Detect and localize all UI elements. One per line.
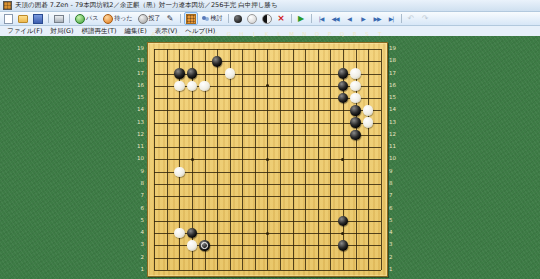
board-cell[interactable]	[161, 264, 174, 276]
delete-stone-button[interactable]: ×	[275, 12, 288, 25]
board-cell[interactable]	[299, 178, 312, 190]
board-cell[interactable]	[211, 264, 224, 276]
board-cell[interactable]	[173, 239, 186, 251]
board-cell[interactable]	[362, 153, 375, 165]
board-cell[interactable]	[261, 190, 274, 202]
board-cell[interactable]	[261, 202, 274, 214]
print-button[interactable]	[52, 12, 66, 25]
board-cell[interactable]	[362, 68, 375, 80]
board-cell[interactable]	[261, 264, 274, 276]
board-cell[interactable]	[337, 202, 350, 214]
board-cell[interactable]	[211, 92, 224, 104]
board-cell[interactable]	[198, 43, 211, 55]
board-cell[interactable]	[299, 215, 312, 227]
board-cell[interactable]	[299, 104, 312, 116]
board-cell[interactable]	[236, 178, 249, 190]
board-cell[interactable]	[173, 117, 186, 129]
resign-button[interactable]: 投了	[136, 12, 163, 25]
board-cell[interactable]	[362, 251, 375, 263]
board-cell[interactable]	[312, 178, 325, 190]
board-cell[interactable]	[312, 68, 325, 80]
board-cell[interactable]	[374, 227, 387, 239]
board-cell[interactable]	[286, 68, 299, 80]
board-cell[interactable]	[236, 166, 249, 178]
board-cell[interactable]	[249, 80, 262, 92]
board-cell[interactable]	[261, 129, 274, 141]
board-cell[interactable]	[337, 117, 350, 129]
board-cell[interactable]	[261, 251, 274, 263]
board-cell[interactable]	[173, 227, 186, 239]
board-cell[interactable]	[198, 80, 211, 92]
board-cell[interactable]	[362, 104, 375, 116]
board-cell[interactable]	[161, 129, 174, 141]
board-cell[interactable]	[324, 117, 337, 129]
board-cell[interactable]	[324, 129, 337, 141]
board-cell[interactable]	[186, 68, 199, 80]
board-cell[interactable]	[211, 104, 224, 116]
board-cell[interactable]	[186, 178, 199, 190]
board-cell[interactable]	[186, 190, 199, 202]
board-cell[interactable]	[312, 55, 325, 67]
board-cell[interactable]	[223, 215, 236, 227]
board-cell[interactable]	[236, 202, 249, 214]
board-cell[interactable]	[173, 80, 186, 92]
board-cell[interactable]	[286, 117, 299, 129]
board-cell[interactable]	[274, 68, 287, 80]
board-view-button[interactable]	[184, 12, 198, 25]
board-cell[interactable]	[337, 215, 350, 227]
board-cell[interactable]	[161, 202, 174, 214]
board-cell[interactable]	[374, 80, 387, 92]
board-cell[interactable]	[249, 202, 262, 214]
board-cell[interactable]	[374, 141, 387, 153]
board-cell[interactable]	[299, 227, 312, 239]
undo-move-button[interactable]: 待った	[101, 12, 134, 25]
board-cell[interactable]	[148, 104, 161, 116]
board-cell[interactable]	[173, 55, 186, 67]
board-cell[interactable]	[173, 202, 186, 214]
board-cell[interactable]	[312, 153, 325, 165]
board-cell[interactable]	[312, 80, 325, 92]
board-cell[interactable]	[274, 264, 287, 276]
board-cell[interactable]	[148, 166, 161, 178]
board-cell[interactable]	[286, 92, 299, 104]
board-cell[interactable]	[249, 215, 262, 227]
board-cell[interactable]	[274, 92, 287, 104]
board-cell[interactable]	[324, 190, 337, 202]
board-cell[interactable]	[186, 117, 199, 129]
board-cell[interactable]	[312, 141, 325, 153]
board-cell[interactable]	[198, 215, 211, 227]
board-cell[interactable]	[223, 80, 236, 92]
board-cell[interactable]	[161, 227, 174, 239]
board-cell[interactable]	[148, 264, 161, 276]
board-cell[interactable]	[274, 251, 287, 263]
board-cell[interactable]	[249, 264, 262, 276]
board-cell[interactable]	[312, 166, 325, 178]
board-cell[interactable]	[249, 239, 262, 251]
board-cell[interactable]	[349, 68, 362, 80]
board-cell[interactable]	[337, 92, 350, 104]
board-cell[interactable]	[312, 239, 325, 251]
board-cell[interactable]	[286, 239, 299, 251]
board-cell[interactable]	[211, 153, 224, 165]
board-cell[interactable]	[362, 43, 375, 55]
board-cell[interactable]	[211, 166, 224, 178]
board-cell[interactable]	[161, 251, 174, 263]
board-cell[interactable]	[211, 141, 224, 153]
board-cell[interactable]	[223, 55, 236, 67]
play-button[interactable]: ▶	[295, 12, 308, 25]
board-cell[interactable]	[236, 153, 249, 165]
board-cell[interactable]	[362, 264, 375, 276]
nav-back10-button[interactable]: ◀◀	[329, 12, 342, 25]
board-cell[interactable]	[198, 190, 211, 202]
nav-back-button[interactable]: ◀	[343, 12, 356, 25]
board-cell[interactable]	[211, 80, 224, 92]
board-cell[interactable]	[362, 129, 375, 141]
board-cell[interactable]	[249, 153, 262, 165]
board-cell[interactable]	[349, 239, 362, 251]
board-cell[interactable]	[161, 141, 174, 153]
board-cell[interactable]	[198, 264, 211, 276]
board-cell[interactable]	[249, 190, 262, 202]
board-cell[interactable]	[349, 264, 362, 276]
board-cell[interactable]	[274, 117, 287, 129]
board-cell[interactable]	[374, 153, 387, 165]
board-cell[interactable]	[261, 92, 274, 104]
board-cell[interactable]	[261, 104, 274, 116]
board-cell[interactable]	[161, 55, 174, 67]
board-cell[interactable]	[236, 43, 249, 55]
board-cell[interactable]	[186, 215, 199, 227]
board-cell[interactable]	[198, 202, 211, 214]
board-cell[interactable]	[223, 202, 236, 214]
board-cell[interactable]	[362, 141, 375, 153]
board-cell[interactable]	[236, 264, 249, 276]
board-cell[interactable]	[274, 178, 287, 190]
board-cell[interactable]	[148, 92, 161, 104]
board-cell[interactable]	[261, 215, 274, 227]
board-cell[interactable]	[349, 55, 362, 67]
board-cell[interactable]	[374, 239, 387, 251]
board-cell[interactable]	[236, 55, 249, 67]
board-cell[interactable]	[236, 117, 249, 129]
board-cell[interactable]	[236, 92, 249, 104]
board-cell[interactable]	[198, 153, 211, 165]
board-cell[interactable]	[148, 227, 161, 239]
board-cell[interactable]	[274, 104, 287, 116]
board-cell[interactable]	[223, 239, 236, 251]
board-cell[interactable]	[349, 129, 362, 141]
board-cell[interactable]	[198, 129, 211, 141]
board-cell[interactable]	[211, 190, 224, 202]
board-cell[interactable]	[161, 104, 174, 116]
board-cell[interactable]	[211, 68, 224, 80]
board-cell[interactable]	[148, 153, 161, 165]
board-cell[interactable]	[198, 92, 211, 104]
board-cell[interactable]	[324, 80, 337, 92]
board-cell[interactable]	[249, 141, 262, 153]
board-cell[interactable]	[312, 190, 325, 202]
board-cell[interactable]	[198, 55, 211, 67]
board-cell[interactable]	[186, 239, 199, 251]
board-cell[interactable]	[173, 141, 186, 153]
board-cell[interactable]	[337, 43, 350, 55]
board-cell[interactable]	[324, 43, 337, 55]
board-cell[interactable]	[274, 239, 287, 251]
board-cell[interactable]	[186, 202, 199, 214]
board-cell[interactable]	[186, 153, 199, 165]
board-cell[interactable]	[337, 68, 350, 80]
board-cell[interactable]	[198, 117, 211, 129]
board-cell[interactable]	[299, 239, 312, 251]
board-cell[interactable]	[249, 68, 262, 80]
board-cell[interactable]	[274, 190, 287, 202]
board-cell[interactable]	[274, 153, 287, 165]
board-cell[interactable]	[324, 264, 337, 276]
board-cell[interactable]	[261, 141, 274, 153]
board-cell[interactable]	[374, 166, 387, 178]
edit-pen-button[interactable]: ✎	[164, 12, 177, 25]
board-cell[interactable]	[148, 190, 161, 202]
board-cell[interactable]	[223, 190, 236, 202]
board-cell[interactable]	[374, 215, 387, 227]
board-cell[interactable]	[324, 251, 337, 263]
board-cell[interactable]	[299, 55, 312, 67]
board-cell[interactable]	[198, 104, 211, 116]
board-cell[interactable]	[349, 166, 362, 178]
board-cell[interactable]	[161, 178, 174, 190]
board-cell[interactable]	[312, 104, 325, 116]
analysis-button[interactable]: 検討	[199, 12, 225, 25]
board-cell[interactable]	[198, 68, 211, 80]
board-cell[interactable]	[337, 55, 350, 67]
rotate-left-button[interactable]: ↶	[405, 12, 418, 25]
board-cell[interactable]	[374, 43, 387, 55]
board-cell[interactable]	[374, 178, 387, 190]
board-cell[interactable]	[249, 166, 262, 178]
board-cell[interactable]	[249, 251, 262, 263]
board-cell[interactable]	[211, 227, 224, 239]
alternate-stone-button[interactable]	[260, 12, 274, 25]
board-cell[interactable]	[186, 129, 199, 141]
board-cell[interactable]	[261, 227, 274, 239]
board-cell[interactable]	[374, 202, 387, 214]
board-cell[interactable]	[249, 117, 262, 129]
board-cell[interactable]	[299, 202, 312, 214]
board-cell[interactable]	[286, 264, 299, 276]
board-cell[interactable]	[161, 92, 174, 104]
board-cell[interactable]	[312, 129, 325, 141]
board-cell[interactable]	[173, 129, 186, 141]
board-cell[interactable]	[261, 68, 274, 80]
nav-forward-button[interactable]: ▶	[357, 12, 370, 25]
board-cell[interactable]	[286, 80, 299, 92]
board-cell[interactable]	[374, 264, 387, 276]
board-cell[interactable]	[161, 239, 174, 251]
board-cell[interactable]	[349, 43, 362, 55]
board-cell[interactable]	[236, 68, 249, 80]
board-cell[interactable]	[274, 129, 287, 141]
board-cell[interactable]	[362, 190, 375, 202]
board-cell[interactable]	[261, 239, 274, 251]
board-cell[interactable]	[362, 178, 375, 190]
board-cell[interactable]	[161, 117, 174, 129]
board-cell[interactable]	[362, 227, 375, 239]
board-cell[interactable]	[286, 129, 299, 141]
board-cell[interactable]	[148, 80, 161, 92]
board-cell[interactable]	[198, 178, 211, 190]
board-cell[interactable]	[324, 239, 337, 251]
board-cell[interactable]	[337, 239, 350, 251]
board-cell[interactable]	[274, 227, 287, 239]
nav-forward10-button[interactable]: ▶▶	[371, 12, 384, 25]
board-cell[interactable]	[148, 215, 161, 227]
board-cell[interactable]	[261, 153, 274, 165]
board-cell[interactable]	[299, 141, 312, 153]
save-button[interactable]	[31, 12, 45, 25]
board-cell[interactable]	[349, 117, 362, 129]
board-cell[interactable]	[299, 251, 312, 263]
board-cell[interactable]	[286, 251, 299, 263]
board-cell[interactable]	[349, 141, 362, 153]
board-cell[interactable]	[186, 43, 199, 55]
board-cell[interactable]	[148, 239, 161, 251]
board-cell[interactable]	[173, 68, 186, 80]
board-cell[interactable]	[337, 141, 350, 153]
board-cell[interactable]	[362, 166, 375, 178]
board-cell[interactable]	[261, 80, 274, 92]
board-cell[interactable]	[337, 166, 350, 178]
board-cell[interactable]	[173, 104, 186, 116]
board-cell[interactable]	[286, 166, 299, 178]
board-cell[interactable]	[299, 117, 312, 129]
board-cell[interactable]	[362, 202, 375, 214]
board-cell[interactable]	[312, 92, 325, 104]
board-cell[interactable]	[223, 166, 236, 178]
board-cell[interactable]	[223, 43, 236, 55]
board-cell[interactable]	[211, 43, 224, 55]
board-cell[interactable]	[148, 55, 161, 67]
board-cell[interactable]	[312, 251, 325, 263]
board-cell[interactable]	[337, 104, 350, 116]
board-cell[interactable]	[349, 80, 362, 92]
board-cell[interactable]	[249, 104, 262, 116]
board-cell[interactable]	[223, 251, 236, 263]
board-cell[interactable]	[286, 153, 299, 165]
board-cell[interactable]	[274, 215, 287, 227]
board-cell[interactable]	[148, 202, 161, 214]
board-cell[interactable]	[148, 129, 161, 141]
board-cell[interactable]	[211, 55, 224, 67]
board-cell[interactable]	[261, 117, 274, 129]
board-cell[interactable]	[148, 178, 161, 190]
board-cell[interactable]	[374, 55, 387, 67]
board-cell[interactable]	[299, 43, 312, 55]
board-cell[interactable]	[249, 43, 262, 55]
board-cell[interactable]	[349, 215, 362, 227]
board-cell[interactable]	[362, 239, 375, 251]
board-cell[interactable]	[286, 190, 299, 202]
board-cell[interactable]	[374, 68, 387, 80]
board-cell[interactable]	[236, 251, 249, 263]
board-cell[interactable]	[148, 43, 161, 55]
board-cell[interactable]	[186, 92, 199, 104]
open-file-button[interactable]	[16, 12, 30, 25]
board-cell[interactable]	[186, 141, 199, 153]
board-cell[interactable]	[173, 178, 186, 190]
new-file-button[interactable]	[2, 12, 15, 25]
board-cell[interactable]	[274, 80, 287, 92]
board-cell[interactable]	[161, 68, 174, 80]
board-cell[interactable]	[211, 239, 224, 251]
board-cell[interactable]	[374, 190, 387, 202]
board-cell[interactable]	[161, 153, 174, 165]
board-cell[interactable]	[324, 153, 337, 165]
board-cell[interactable]	[324, 141, 337, 153]
board-cell[interactable]	[362, 92, 375, 104]
board-cell[interactable]	[374, 117, 387, 129]
board-cell[interactable]	[211, 129, 224, 141]
board-cell[interactable]	[324, 104, 337, 116]
board-cell[interactable]	[274, 166, 287, 178]
board-cell[interactable]	[324, 215, 337, 227]
board-cell[interactable]	[299, 92, 312, 104]
board-cell[interactable]	[374, 92, 387, 104]
board-cell[interactable]	[274, 141, 287, 153]
rotate-right-button[interactable]: ↷	[419, 12, 432, 25]
board-cell[interactable]	[223, 117, 236, 129]
menu-game[interactable]: 対局(G)	[47, 27, 76, 36]
board-cell[interactable]	[337, 129, 350, 141]
board-cell[interactable]	[223, 129, 236, 141]
board-cell[interactable]	[211, 202, 224, 214]
menu-replay[interactable]: 棋譜再生(T)	[79, 27, 120, 36]
board-cell[interactable]	[337, 80, 350, 92]
board-cell[interactable]	[312, 215, 325, 227]
board-cell[interactable]	[236, 215, 249, 227]
board-cell[interactable]	[349, 178, 362, 190]
board-cell[interactable]	[324, 202, 337, 214]
board-cell[interactable]	[161, 43, 174, 55]
place-white-button[interactable]	[245, 12, 259, 25]
board-cell[interactable]	[223, 141, 236, 153]
board-cell[interactable]	[312, 43, 325, 55]
board-cell[interactable]	[299, 129, 312, 141]
board-cell[interactable]	[286, 43, 299, 55]
board-cell[interactable]	[349, 104, 362, 116]
board-cell[interactable]	[324, 92, 337, 104]
board-cell[interactable]	[286, 215, 299, 227]
board-cell[interactable]	[324, 166, 337, 178]
board-cell[interactable]	[249, 55, 262, 67]
board-cell[interactable]	[337, 227, 350, 239]
board-cell[interactable]	[299, 264, 312, 276]
pass-button[interactable]: パス	[73, 12, 100, 25]
board-cell[interactable]	[349, 227, 362, 239]
board-cell[interactable]	[161, 166, 174, 178]
board-cell[interactable]	[324, 55, 337, 67]
board-cell[interactable]	[186, 55, 199, 67]
board-cell[interactable]	[223, 92, 236, 104]
board-cell[interactable]	[211, 215, 224, 227]
board-cell[interactable]	[148, 251, 161, 263]
board-cell[interactable]	[286, 104, 299, 116]
board-cell[interactable]	[349, 153, 362, 165]
board-cell[interactable]	[236, 227, 249, 239]
board-cell[interactable]	[236, 190, 249, 202]
